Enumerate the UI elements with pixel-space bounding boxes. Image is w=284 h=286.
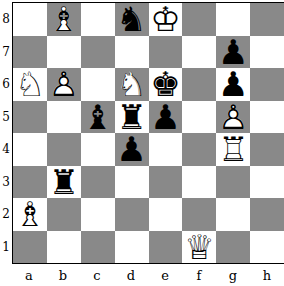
piece-outline-layer: ♕ [182,231,216,264]
square-d4[interactable]: ♟ [115,133,149,166]
white-pawn: ♟♙ [47,68,81,101]
piece-outline-layer: ♘ [115,68,149,101]
square-a7[interactable] [13,36,47,69]
square-a6[interactable]: ♞♘ [13,68,47,101]
square-d7[interactable] [115,36,149,69]
rank-label-4: 4 [0,133,12,166]
square-a1[interactable] [13,231,47,264]
square-a5[interactable] [13,101,47,134]
square-f7[interactable] [182,36,216,69]
white-king: ♚♔ [149,3,183,36]
white-knight: ♞♘ [13,68,47,101]
square-f4[interactable] [182,133,216,166]
rank-label-1: 1 [0,231,12,264]
square-a4[interactable] [13,133,47,166]
square-g2[interactable] [216,198,250,231]
square-g4[interactable]: ♜♖ [216,133,250,166]
black-pawn: ♟ [115,133,149,166]
square-b4[interactable] [47,133,81,166]
black-bishop: ♝ [81,101,115,134]
black-pawn: ♟ [216,36,250,69]
square-f2[interactable] [182,198,216,231]
black-rook: ♜ [115,101,149,134]
square-h4[interactable] [250,133,284,166]
chess-diagram: 87654321 ♝♗♞♚♔♟♞♘♟♙♞♘♚♟♝♜♟♟♙♟♜♖♜♝♗♛♕ abc… [0,0,284,286]
black-knight: ♞ [115,3,149,36]
black-rook: ♜ [47,166,81,199]
square-h5[interactable] [250,101,284,134]
square-f8[interactable] [182,3,216,36]
piece-outline-layer: ♖ [216,133,250,166]
file-label-a: a [12,266,46,286]
square-h6[interactable] [250,68,284,101]
square-b8[interactable]: ♝♗ [47,3,81,36]
white-pawn: ♟♙ [216,101,250,134]
piece-outline-layer: ♗ [47,3,81,36]
white-queen: ♛♕ [182,231,216,264]
square-c7[interactable] [81,36,115,69]
rank-label-7: 7 [0,36,12,69]
square-e4[interactable] [149,133,183,166]
square-c3[interactable] [81,166,115,199]
square-f3[interactable] [182,166,216,199]
piece-outline-layer: ♙ [216,101,250,134]
board: ♝♗♞♚♔♟♞♘♟♙♞♘♚♟♝♜♟♟♙♟♜♖♜♝♗♛♕ [12,2,284,264]
square-e1[interactable] [149,231,183,264]
square-f6[interactable] [182,68,216,101]
square-d1[interactable] [115,231,149,264]
piece-outline-layer: ♔ [149,3,183,36]
piece-outline-layer: ♗ [13,198,47,231]
square-g6[interactable]: ♟ [216,68,250,101]
square-h7[interactable] [250,36,284,69]
rank-label-3: 3 [0,166,12,199]
square-a2[interactable]: ♝♗ [13,198,47,231]
white-knight: ♞♘ [115,68,149,101]
file-label-f: f [182,266,216,286]
square-b1[interactable] [47,231,81,264]
square-g7[interactable]: ♟ [216,36,250,69]
square-c4[interactable] [81,133,115,166]
square-c8[interactable] [81,3,115,36]
square-g1[interactable] [216,231,250,264]
square-g3[interactable] [216,166,250,199]
square-b5[interactable] [47,101,81,134]
black-pawn: ♟ [216,68,250,101]
square-h2[interactable] [250,198,284,231]
square-c2[interactable] [81,198,115,231]
square-e6[interactable]: ♚ [149,68,183,101]
piece-outline-layer: ♙ [47,68,81,101]
file-label-e: e [148,266,182,286]
square-f1[interactable]: ♛♕ [182,231,216,264]
white-rook: ♜♖ [216,133,250,166]
square-g8[interactable] [216,3,250,36]
square-f5[interactable] [182,101,216,134]
square-c5[interactable]: ♝ [81,101,115,134]
black-pawn: ♟ [149,101,183,134]
square-d2[interactable] [115,198,149,231]
file-label-b: b [46,266,80,286]
square-e2[interactable] [149,198,183,231]
square-d8[interactable]: ♞ [115,3,149,36]
square-e5[interactable]: ♟ [149,101,183,134]
piece-outline-layer: ♘ [13,68,47,101]
square-e8[interactable]: ♚♔ [149,3,183,36]
square-b3[interactable]: ♜ [47,166,81,199]
square-d5[interactable]: ♜ [115,101,149,134]
square-c6[interactable] [81,68,115,101]
square-d6[interactable]: ♞♘ [115,68,149,101]
square-c1[interactable] [81,231,115,264]
square-h1[interactable] [250,231,284,264]
rank-label-8: 8 [0,3,12,36]
file-label-h: h [250,266,284,286]
rank-labels: 87654321 [0,3,12,263]
file-labels: abcdefgh [12,266,284,286]
square-b2[interactable] [47,198,81,231]
file-label-c: c [80,266,114,286]
black-king: ♚ [149,68,183,101]
rank-label-2: 2 [0,198,12,231]
file-label-d: d [114,266,148,286]
file-label-g: g [216,266,250,286]
square-a8[interactable] [13,3,47,36]
rank-label-6: 6 [0,68,12,101]
white-bishop: ♝♗ [47,3,81,36]
square-g5[interactable]: ♟♙ [216,101,250,134]
square-h8[interactable] [250,3,284,36]
square-b7[interactable] [47,36,81,69]
square-e7[interactable] [149,36,183,69]
square-h3[interactable] [250,166,284,199]
white-bishop: ♝♗ [13,198,47,231]
square-a3[interactable] [13,166,47,199]
rank-label-5: 5 [0,101,12,134]
square-e3[interactable] [149,166,183,199]
square-d3[interactable] [115,166,149,199]
square-b6[interactable]: ♟♙ [47,68,81,101]
